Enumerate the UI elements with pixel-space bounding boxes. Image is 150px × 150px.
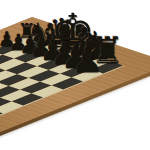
- pieces-layer: ♜♞♝♛♚♝♞♜♟♟♟♟♟♟♟♟: [0, 0, 150, 150]
- black-pawn-h7: ♟: [71, 42, 103, 77]
- chess-board-photo: ♜♞♝♛♚♝♞♜♟♟♟♟♟♟♟♟: [0, 0, 150, 150]
